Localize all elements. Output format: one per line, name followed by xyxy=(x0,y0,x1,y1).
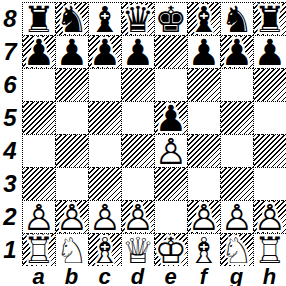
black-pawn[interactable]: ♟ xyxy=(155,102,187,134)
square-f1[interactable]: ♝♗ xyxy=(187,233,220,266)
piece-glyph: ♝ xyxy=(89,3,121,35)
piece-glyph: ♚ xyxy=(155,3,187,35)
piece-outline: ♘ xyxy=(56,234,88,266)
square-e6[interactable] xyxy=(154,68,187,101)
rank-label-1: 1 xyxy=(0,233,21,266)
square-c1[interactable]: ♝♗ xyxy=(88,233,121,266)
black-bishop[interactable]: ♝ xyxy=(188,3,220,35)
chess-diagram: 87654321 ♜♞♝♛♚♝♞♜♟♟♟♟♟♟♟♟♟♙♟♙♟♙♟♙♟♙♟♙♟♙♟… xyxy=(0,0,286,286)
square-e1[interactable]: ♚♔ xyxy=(154,233,187,266)
piece-glyph: ♟ xyxy=(122,36,154,68)
square-g7[interactable]: ♟ xyxy=(220,35,253,68)
square-h5[interactable] xyxy=(253,101,286,134)
piece-outline: ♕ xyxy=(122,234,154,266)
corner-spacer xyxy=(0,266,22,286)
rank-label-6: 6 xyxy=(0,68,21,101)
square-f6[interactable] xyxy=(187,68,220,101)
piece-glyph: ♟ xyxy=(221,36,253,68)
black-rook[interactable]: ♜ xyxy=(23,3,55,35)
black-knight[interactable]: ♞ xyxy=(221,3,253,35)
white-queen[interactable]: ♛♕ xyxy=(122,234,154,266)
rank-labels: 87654321 xyxy=(0,2,22,266)
piece-outline: ♙ xyxy=(155,135,187,167)
piece-glyph: ♜ xyxy=(23,3,55,35)
piece-outline: ♙ xyxy=(254,201,286,233)
square-g8[interactable]: ♞ xyxy=(220,2,253,35)
piece-outline: ♙ xyxy=(23,201,55,233)
square-h1[interactable]: ♜♖ xyxy=(253,233,286,266)
black-pawn[interactable]: ♟ xyxy=(23,36,55,68)
square-a1[interactable]: ♜♖ xyxy=(22,233,55,266)
black-knight[interactable]: ♞ xyxy=(56,3,88,35)
rank-label-5: 5 xyxy=(0,101,21,134)
square-e4[interactable]: ♟♙ xyxy=(154,134,187,167)
square-f5[interactable] xyxy=(187,101,220,134)
piece-outline: ♗ xyxy=(89,234,121,266)
white-king[interactable]: ♚♔ xyxy=(155,234,187,266)
piece-outline: ♘ xyxy=(221,234,253,266)
square-f8[interactable]: ♝ xyxy=(187,2,220,35)
square-h8[interactable]: ♜ xyxy=(253,2,286,35)
black-pawn[interactable]: ♟ xyxy=(89,36,121,68)
square-c2[interactable]: ♟♙ xyxy=(88,200,121,233)
square-b2[interactable]: ♟♙ xyxy=(55,200,88,233)
piece-outline: ♖ xyxy=(254,234,286,266)
piece-glyph: ♟ xyxy=(56,36,88,68)
square-d2[interactable]: ♟♙ xyxy=(121,200,154,233)
piece-outline: ♙ xyxy=(89,201,121,233)
square-d5[interactable] xyxy=(121,101,154,134)
square-d1[interactable]: ♛♕ xyxy=(121,233,154,266)
white-pawn[interactable]: ♟♙ xyxy=(89,201,121,233)
square-f4[interactable] xyxy=(187,134,220,167)
square-f3[interactable] xyxy=(187,167,220,200)
square-h7[interactable]: ♟ xyxy=(253,35,286,68)
square-b4[interactable] xyxy=(55,134,88,167)
piece-glyph: ♜ xyxy=(254,3,286,35)
black-pawn[interactable]: ♟ xyxy=(254,36,286,68)
white-pawn[interactable]: ♟♙ xyxy=(23,201,55,233)
square-g4[interactable] xyxy=(220,134,253,167)
white-pawn[interactable]: ♟♙ xyxy=(188,201,220,233)
black-pawn[interactable]: ♟ xyxy=(56,36,88,68)
black-bishop[interactable]: ♝ xyxy=(89,3,121,35)
square-c5[interactable] xyxy=(88,101,121,134)
square-h2[interactable]: ♟♙ xyxy=(253,200,286,233)
square-h4[interactable] xyxy=(253,134,286,167)
chess-board: ♜♞♝♛♚♝♞♜♟♟♟♟♟♟♟♟♟♙♟♙♟♙♟♙♟♙♟♙♟♙♟♙♜♖♞♘♝♗♛♕… xyxy=(22,2,286,266)
square-c6[interactable] xyxy=(88,68,121,101)
square-a4[interactable] xyxy=(22,134,55,167)
rank-label-8: 8 xyxy=(0,2,21,35)
square-g1[interactable]: ♞♘ xyxy=(220,233,253,266)
square-b8[interactable]: ♞ xyxy=(55,2,88,35)
square-g5[interactable] xyxy=(220,101,253,134)
white-bishop[interactable]: ♝♗ xyxy=(89,234,121,266)
piece-glyph: ♟ xyxy=(188,36,220,68)
square-c8[interactable]: ♝ xyxy=(88,2,121,35)
square-f7[interactable]: ♟ xyxy=(187,35,220,68)
rank-label-4: 4 xyxy=(0,134,21,167)
square-c7[interactable]: ♟ xyxy=(88,35,121,68)
square-d4[interactable] xyxy=(121,134,154,167)
square-b5[interactable] xyxy=(55,101,88,134)
piece-outline: ♙ xyxy=(188,201,220,233)
piece-glyph: ♞ xyxy=(56,3,88,35)
white-pawn[interactable]: ♟♙ xyxy=(254,201,286,233)
square-b6[interactable] xyxy=(55,68,88,101)
rank-label-3: 3 xyxy=(0,167,21,200)
square-e8[interactable]: ♚ xyxy=(154,2,187,35)
square-d3[interactable] xyxy=(121,167,154,200)
square-c3[interactable] xyxy=(88,167,121,200)
square-g2[interactable]: ♟♙ xyxy=(220,200,253,233)
white-rook[interactable]: ♜♖ xyxy=(23,234,55,266)
white-pawn[interactable]: ♟♙ xyxy=(56,201,88,233)
white-knight[interactable]: ♞♘ xyxy=(56,234,88,266)
rank-label-7: 7 xyxy=(0,35,21,68)
square-h6[interactable] xyxy=(253,68,286,101)
white-knight[interactable]: ♞♘ xyxy=(221,234,253,266)
rank-label-2: 2 xyxy=(0,200,21,233)
white-rook[interactable]: ♜♖ xyxy=(254,234,286,266)
piece-glyph: ♟ xyxy=(23,36,55,68)
piece-glyph: ♟ xyxy=(254,36,286,68)
piece-outline: ♗ xyxy=(188,234,220,266)
square-h3[interactable] xyxy=(253,167,286,200)
square-a7[interactable]: ♟ xyxy=(22,35,55,68)
piece-outline: ♙ xyxy=(122,201,154,233)
white-pawn[interactable]: ♟♙ xyxy=(221,201,253,233)
piece-outline: ♔ xyxy=(155,234,187,266)
square-a2[interactable]: ♟♙ xyxy=(22,200,55,233)
square-e3[interactable] xyxy=(154,167,187,200)
square-a6[interactable] xyxy=(22,68,55,101)
square-e2[interactable] xyxy=(154,200,187,233)
square-g3[interactable] xyxy=(220,167,253,200)
square-a3[interactable] xyxy=(22,167,55,200)
black-rook[interactable]: ♜ xyxy=(254,3,286,35)
piece-glyph: ♟ xyxy=(89,36,121,68)
square-d7[interactable]: ♟ xyxy=(121,35,154,68)
square-a5[interactable] xyxy=(22,101,55,134)
square-d6[interactable] xyxy=(121,68,154,101)
piece-glyph: ♝ xyxy=(188,3,220,35)
white-pawn[interactable]: ♟♙ xyxy=(122,201,154,233)
piece-glyph: ♞ xyxy=(221,3,253,35)
piece-glyph: ♛ xyxy=(122,3,154,35)
black-queen[interactable]: ♛ xyxy=(122,3,154,35)
piece-glyph: ♟ xyxy=(155,102,187,134)
square-e7[interactable] xyxy=(154,35,187,68)
square-b1[interactable]: ♞♘ xyxy=(55,233,88,266)
piece-outline: ♙ xyxy=(56,201,88,233)
black-pawn[interactable]: ♟ xyxy=(122,36,154,68)
square-d8[interactable]: ♛ xyxy=(121,2,154,35)
square-b7[interactable]: ♟ xyxy=(55,35,88,68)
square-a8[interactable]: ♜ xyxy=(22,2,55,35)
square-g6[interactable] xyxy=(220,68,253,101)
square-b3[interactable] xyxy=(55,167,88,200)
black-pawn[interactable]: ♟ xyxy=(188,36,220,68)
white-bishop[interactable]: ♝♗ xyxy=(188,234,220,266)
piece-outline: ♙ xyxy=(221,201,253,233)
white-pawn[interactable]: ♟♙ xyxy=(155,135,187,167)
black-pawn[interactable]: ♟ xyxy=(221,36,253,68)
piece-outline: ♖ xyxy=(23,234,55,266)
square-f2[interactable]: ♟♙ xyxy=(187,200,220,233)
black-king[interactable]: ♚ xyxy=(155,3,187,35)
square-e5[interactable]: ♟ xyxy=(154,101,187,134)
square-c4[interactable] xyxy=(88,134,121,167)
